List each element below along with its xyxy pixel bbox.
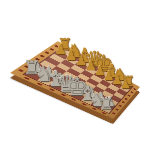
piece-gold-pawn: ♟	[120, 79, 131, 91]
pieces-layer: ♜♞♝♛♚♝♞♜♟♟♟♟♟♟♟♟♟♟♟♟♟♟♟♟♜♞♝♛♚♝♞♜	[0, 0, 150, 150]
chess-set-product-photo: ♜♞♝♛♚♝♞♜♟♟♟♟♟♟♟♟♟♟♟♟♟♟♟♟♜♞♝♛♚♝♞♜	[0, 0, 150, 150]
piece-silver-rook: ♜	[100, 97, 114, 113]
